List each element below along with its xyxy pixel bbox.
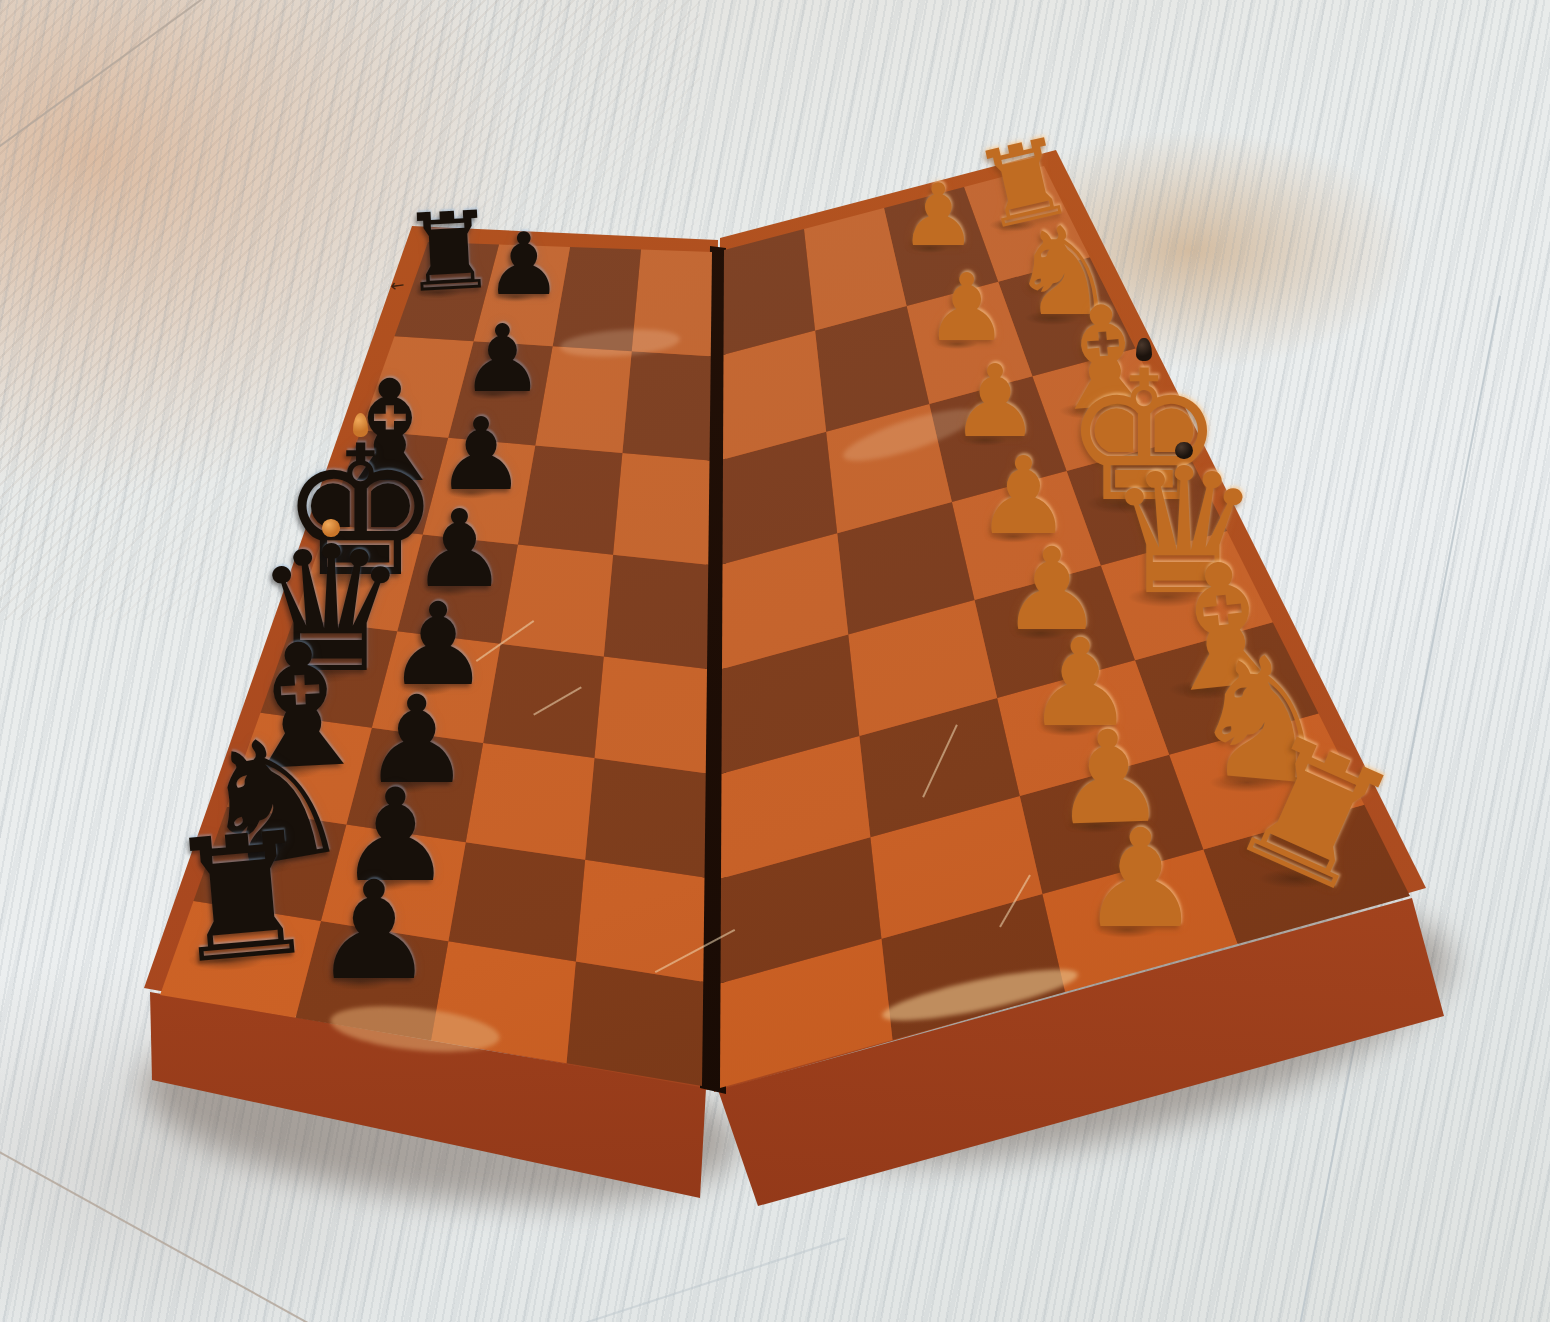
- piece-d1-finial-black: [1175, 442, 1192, 459]
- piece-e8-finial-copper: [353, 413, 368, 436]
- piece-d8-finial-copper: [322, 519, 339, 536]
- piece-e1-finial-black: [1136, 338, 1151, 361]
- photo-scene: ←♜♝♚♛♝♞♜♟♟♟♟♟♟♟♟♜♞♝♚♛♝♞♜♟♟♟♟♟♟♟♟: [0, 0, 1550, 1322]
- piece-a8-black-rook: ♜: [160, 807, 326, 989]
- piece-a7-black-pawn: ♟: [313, 863, 435, 999]
- chess-board: ←♜♝♚♛♝♞♜♟♟♟♟♟♟♟♟♜♞♝♚♛♝♞♜♟♟♟♟♟♟♟♟: [0, 0, 1550, 1322]
- piece-h2-white-pawn: ♟: [900, 172, 977, 258]
- piece-g2-white-pawn: ♟: [925, 262, 1008, 355]
- piece-h7-black-pawn: ♟: [485, 221, 562, 307]
- piece-a2-white-pawn: ♟: [1079, 811, 1201, 947]
- piece-g7-black-pawn: ♟: [461, 313, 544, 406]
